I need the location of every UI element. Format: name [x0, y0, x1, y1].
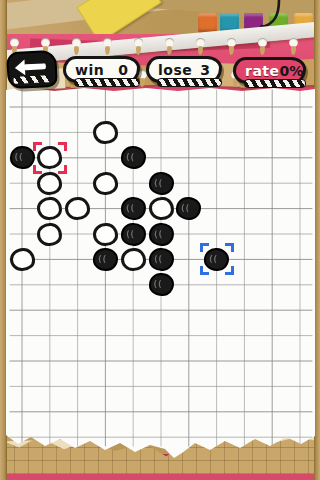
stone-highlight-icon: ((: [152, 229, 161, 239]
black-stone: ((: [148, 222, 175, 247]
win-badge: win 0: [63, 56, 140, 83]
bracket-corner-icon: [225, 266, 234, 275]
white-stone: [121, 248, 146, 271]
white-stone: [37, 172, 62, 195]
black-stone: ((: [10, 146, 35, 169]
lose-label: lose: [158, 62, 192, 78]
last-white-move-marker: [33, 142, 67, 174]
last-black-move-marker: [200, 243, 234, 275]
black-stone: ((: [149, 273, 174, 296]
win-label: win: [75, 62, 104, 78]
white-stone: [9, 248, 34, 271]
stone-highlight-icon: ((: [14, 153, 23, 162]
bracket-corner-icon: [200, 266, 209, 275]
stone-highlight-icon: ((: [125, 153, 134, 162]
rate-value: 0%: [280, 63, 304, 79]
stone-highlight-icon: ((: [152, 255, 161, 264]
white-stone: [65, 197, 90, 220]
rate-label: rate: [245, 63, 280, 79]
black-stone: ((: [148, 171, 173, 194]
bracket-corner-icon: [58, 165, 67, 174]
black-stone: ((: [92, 247, 118, 271]
stone-highlight-icon: ((: [125, 229, 134, 238]
lose-badge: lose 3: [146, 56, 222, 83]
header: win 0 lose 3 rate 0%: [0, 0, 320, 96]
board-paper[interactable]: ((((((((((((((((((((((: [6, 84, 315, 458]
back-arrow-icon: [24, 63, 46, 70]
white-stone: [93, 121, 118, 144]
stone-highlight-icon: ((: [153, 280, 162, 289]
bracket-corner-icon: [58, 142, 67, 151]
lose-value: 3: [200, 62, 210, 78]
black-stone: ((: [120, 222, 146, 246]
stone-highlight-icon: ((: [180, 204, 189, 213]
black-stone: ((: [120, 146, 145, 169]
stone-highlight-icon: ((: [153, 179, 162, 188]
back-button[interactable]: [6, 50, 58, 90]
win-value: 0: [118, 62, 128, 78]
white-stone: [93, 223, 118, 246]
bracket-corner-icon: [200, 243, 209, 252]
bracket-corner-icon: [33, 165, 42, 174]
black-stone: ((: [148, 247, 174, 271]
stripe-decor: [13, 75, 51, 84]
bracket-corner-icon: [225, 243, 234, 252]
stone-highlight-icon: ((: [124, 204, 133, 214]
stone-highlight-icon: ((: [97, 255, 106, 264]
rate-badge: rate 0%: [233, 57, 306, 84]
bracket-corner-icon: [33, 142, 42, 151]
gomoku-app-screen: (((((((((((((((((((((( win 0 lose 3 rate…: [0, 0, 320, 480]
